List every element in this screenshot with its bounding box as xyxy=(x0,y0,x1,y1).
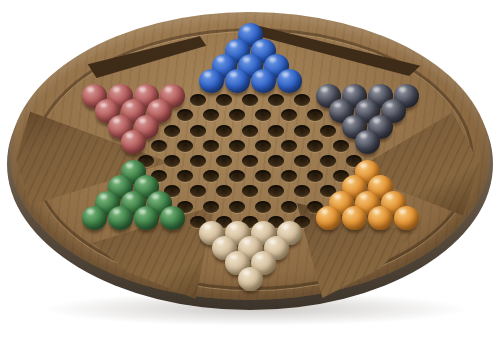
board-hole[interactable] xyxy=(268,155,284,167)
marble-orange[interactable] xyxy=(394,206,419,230)
board-hole[interactable] xyxy=(177,140,193,152)
board-hole[interactable] xyxy=(164,155,180,167)
marble-orange[interactable] xyxy=(316,206,341,230)
board-hole[interactable] xyxy=(281,140,297,152)
marble-red[interactable] xyxy=(121,130,146,154)
board-hole[interactable] xyxy=(216,125,232,137)
board-hole[interactable] xyxy=(320,155,336,167)
board-hole[interactable] xyxy=(190,155,206,167)
marble-black[interactable] xyxy=(355,130,380,154)
marble-green[interactable] xyxy=(160,206,185,230)
board-hole[interactable] xyxy=(333,140,349,152)
board-hole[interactable] xyxy=(268,125,284,137)
board-hole[interactable] xyxy=(216,155,232,167)
marble-blue[interactable] xyxy=(251,69,276,93)
board-hole[interactable] xyxy=(307,140,323,152)
chinese-checkers-photo xyxy=(0,0,500,353)
marble-natural[interactable] xyxy=(238,267,263,291)
board-hole[interactable] xyxy=(242,125,258,137)
marble-blue[interactable] xyxy=(277,69,302,93)
board-hole[interactable] xyxy=(164,125,180,137)
marble-green[interactable] xyxy=(134,206,159,230)
marble-green[interactable] xyxy=(108,206,133,230)
board-hole[interactable] xyxy=(294,155,310,167)
board-hole[interactable] xyxy=(203,201,219,213)
board-hole[interactable] xyxy=(229,140,245,152)
marble-blue[interactable] xyxy=(225,69,250,93)
marble-green[interactable] xyxy=(82,206,107,230)
board-hole[interactable] xyxy=(294,125,310,137)
marble-blue[interactable] xyxy=(199,69,224,93)
board-hole[interactable] xyxy=(229,201,245,213)
board-hole[interactable] xyxy=(255,201,271,213)
board-hole[interactable] xyxy=(320,125,336,137)
board-hole[interactable] xyxy=(203,140,219,152)
board-hole[interactable] xyxy=(281,201,297,213)
marble-orange[interactable] xyxy=(342,206,367,230)
marble-orange[interactable] xyxy=(368,206,393,230)
board-hole[interactable] xyxy=(255,140,271,152)
board-hole[interactable] xyxy=(151,140,167,152)
board-hole[interactable] xyxy=(242,155,258,167)
board-hole[interactable] xyxy=(190,125,206,137)
